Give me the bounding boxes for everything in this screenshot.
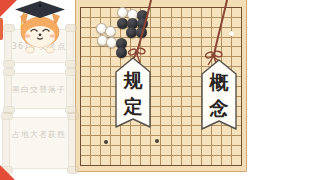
paw-left	[26, 47, 34, 53]
go-stone-white	[105, 26, 116, 37]
scroll-roller-icon	[2, 114, 10, 172]
go-stone-black	[136, 27, 147, 38]
tag-rules: 规 定	[114, 57, 152, 129]
go-stone-black	[117, 18, 128, 29]
highlight-dot	[229, 31, 234, 36]
scroll-banner-3: 占地大者获胜	[2, 114, 76, 172]
corner-ribbon-top-left	[0, 0, 17, 17]
tag-concepts: 概 念	[200, 59, 238, 131]
scroll-roller-icon	[68, 114, 76, 172]
scroll-text: 黑白交替落子	[4, 84, 74, 95]
scroll-banner-2: 黑白交替落子	[4, 70, 74, 112]
go-stone-white	[117, 7, 128, 18]
tutorial-illustration: 规 定 概 念 361个交叉点	[0, 0, 320, 180]
star-point	[155, 139, 159, 143]
go-stone-black	[116, 47, 127, 58]
go-stone-white	[106, 37, 117, 48]
scroll-paper	[9, 117, 69, 169]
scroll-text: 占地大者获胜	[2, 129, 76, 140]
star-point	[104, 140, 108, 144]
tag-concepts-char-1: 概	[210, 70, 229, 94]
tag-concepts-char-2: 念	[210, 96, 229, 120]
paw-right	[46, 47, 54, 53]
mascot-dog-graduate	[8, 0, 72, 54]
nose	[39, 33, 42, 36]
tag-rules-char-2: 定	[124, 94, 143, 118]
corner-ribbon-bottom-left	[0, 165, 15, 180]
tag-rules-char-1: 规	[124, 68, 143, 92]
go-stone-black	[126, 27, 137, 38]
